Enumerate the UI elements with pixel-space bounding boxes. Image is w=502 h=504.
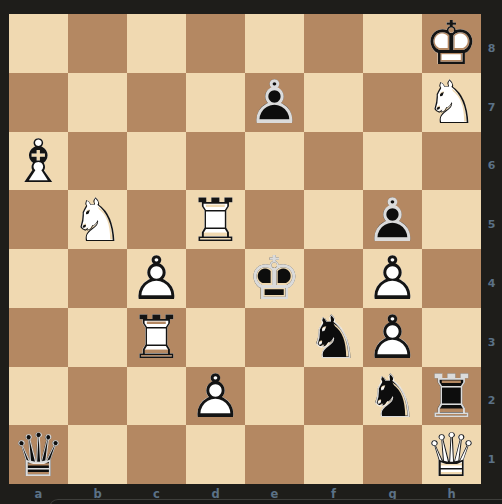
square-h7[interactable]: ♞♘ [422, 73, 481, 132]
white-bishop-outline-glyph: ♗ [9, 132, 68, 191]
square-g2[interactable]: ♞♘ [363, 367, 422, 426]
square-e7[interactable]: ♟♙ [245, 73, 304, 132]
square-g4[interactable]: ♟♙ [363, 249, 422, 308]
square-f2[interactable] [304, 367, 363, 426]
square-h1[interactable]: ♛♕ [422, 425, 481, 484]
white-queen-outline-glyph: ♕ [422, 425, 481, 484]
square-d4[interactable] [186, 249, 245, 308]
square-c2[interactable] [127, 367, 186, 426]
white-pawn-outline-glyph: ♙ [363, 308, 422, 367]
square-e2[interactable] [245, 367, 304, 426]
black-knight-fill-glyph: ♞ [304, 308, 363, 367]
piece-black-pawn-e7[interactable]: ♟♙ [245, 73, 304, 132]
square-d8[interactable] [186, 14, 245, 73]
white-pawn-outline-glyph: ♙ [363, 249, 422, 308]
square-c8[interactable] [127, 14, 186, 73]
square-f6[interactable] [304, 132, 363, 191]
square-e8[interactable] [245, 14, 304, 73]
square-e1[interactable] [245, 425, 304, 484]
white-rook-outline-glyph: ♖ [186, 190, 245, 249]
rank-label-5: 5 [481, 190, 502, 249]
white-king-outline-glyph: ♔ [422, 14, 481, 73]
white-knight-outline-glyph: ♘ [422, 73, 481, 132]
square-e5[interactable] [245, 190, 304, 249]
white-knight-outline-glyph: ♘ [68, 190, 127, 249]
piece-white-bishop-a6[interactable]: ♝♗ [9, 132, 68, 191]
black-pawn-fill-glyph: ♟ [363, 190, 422, 249]
piece-white-king-h8[interactable]: ♚♔ [422, 14, 481, 73]
piece-black-knight-g2[interactable]: ♞♘ [363, 367, 422, 426]
square-g7[interactable] [363, 73, 422, 132]
white-pawn-fill-glyph: ♟ [363, 308, 422, 367]
square-b7[interactable] [68, 73, 127, 132]
black-knight-fill-glyph: ♞ [363, 367, 422, 426]
black-pawn-fill-glyph: ♟ [245, 73, 304, 132]
black-pawn-outline-glyph: ♙ [363, 190, 422, 249]
square-c5[interactable] [127, 190, 186, 249]
rank-label-3: 3 [481, 308, 502, 367]
square-f5[interactable] [304, 190, 363, 249]
rank-label-2: 2 [481, 367, 502, 426]
square-d3[interactable] [186, 308, 245, 367]
square-c7[interactable] [127, 73, 186, 132]
black-rook-fill-glyph: ♜ [422, 367, 481, 426]
square-c4[interactable]: ♟♙ [127, 249, 186, 308]
piece-black-queen-a1[interactable]: ♛♕ [9, 425, 68, 484]
piece-white-pawn-c4[interactable]: ♟♙ [127, 249, 186, 308]
white-pawn-fill-glyph: ♟ [186, 367, 245, 426]
square-h6[interactable] [422, 132, 481, 191]
rank-label-8: 8 [481, 14, 502, 73]
piece-white-rook-c3[interactable]: ♜♖ [127, 308, 186, 367]
white-pawn-outline-glyph: ♙ [186, 367, 245, 426]
square-d2[interactable]: ♟♙ [186, 367, 245, 426]
black-knight-outline-glyph: ♘ [304, 308, 363, 367]
square-a4[interactable] [9, 249, 68, 308]
rank-labels: 87654321 [481, 14, 502, 484]
square-b5[interactable]: ♞♘ [68, 190, 127, 249]
piece-white-pawn-d2[interactable]: ♟♙ [186, 367, 245, 426]
square-f1[interactable] [304, 425, 363, 484]
white-pawn-fill-glyph: ♟ [363, 249, 422, 308]
white-knight-fill-glyph: ♞ [422, 73, 481, 132]
square-f4[interactable] [304, 249, 363, 308]
square-e4[interactable]: ♚♔ [245, 249, 304, 308]
square-b2[interactable] [68, 367, 127, 426]
square-b1[interactable] [68, 425, 127, 484]
square-h4[interactable] [422, 249, 481, 308]
white-pawn-fill-glyph: ♟ [127, 249, 186, 308]
piece-white-pawn-g4[interactable]: ♟♙ [363, 249, 422, 308]
square-a8[interactable] [9, 14, 68, 73]
piece-white-pawn-g3[interactable]: ♟♙ [363, 308, 422, 367]
square-d6[interactable] [186, 132, 245, 191]
square-f8[interactable] [304, 14, 363, 73]
square-h5[interactable] [422, 190, 481, 249]
black-king-outline-glyph: ♔ [245, 249, 304, 308]
piece-black-pawn-g5[interactable]: ♟♙ [363, 190, 422, 249]
black-queen-outline-glyph: ♕ [9, 425, 68, 484]
square-h8[interactable]: ♚♔ [422, 14, 481, 73]
black-knight-outline-glyph: ♘ [363, 367, 422, 426]
white-pawn-outline-glyph: ♙ [127, 249, 186, 308]
square-h2[interactable]: ♜♖ [422, 367, 481, 426]
white-bishop-fill-glyph: ♝ [9, 132, 68, 191]
piece-white-knight-b5[interactable]: ♞♘ [68, 190, 127, 249]
piece-white-rook-d5[interactable]: ♜♖ [186, 190, 245, 249]
square-a5[interactable] [9, 190, 68, 249]
white-rook-fill-glyph: ♜ [127, 308, 186, 367]
square-g6[interactable] [363, 132, 422, 191]
rank-label-1: 1 [481, 425, 502, 484]
white-rook-outline-glyph: ♖ [127, 308, 186, 367]
square-b4[interactable] [68, 249, 127, 308]
square-a7[interactable] [9, 73, 68, 132]
piece-white-knight-h7[interactable]: ♞♘ [422, 73, 481, 132]
square-a3[interactable] [9, 308, 68, 367]
piece-black-rook-h2[interactable]: ♜♖ [422, 367, 481, 426]
piece-black-king-e4[interactable]: ♚♔ [245, 249, 304, 308]
square-d5[interactable]: ♜♖ [186, 190, 245, 249]
square-b3[interactable] [68, 308, 127, 367]
square-g1[interactable] [363, 425, 422, 484]
rank-label-7: 7 [481, 73, 502, 132]
white-rook-fill-glyph: ♜ [186, 190, 245, 249]
black-rook-outline-glyph: ♖ [422, 367, 481, 426]
square-e3[interactable] [245, 308, 304, 367]
black-queen-fill-glyph: ♛ [9, 425, 68, 484]
square-e6[interactable] [245, 132, 304, 191]
square-h3[interactable] [422, 308, 481, 367]
chess-board: ♚♔♟♙♞♘♝♗♞♘♜♖♟♙♟♙♚♔♟♙♜♖♞♘♟♙♟♙♞♘♜♖♛♕♛♕ [9, 14, 481, 484]
square-c3[interactable]: ♜♖ [127, 308, 186, 367]
square-b8[interactable] [68, 14, 127, 73]
square-d1[interactable] [186, 425, 245, 484]
square-d7[interactable] [186, 73, 245, 132]
square-a2[interactable] [9, 367, 68, 426]
rank-label-4: 4 [481, 249, 502, 308]
rank-label-6: 6 [481, 132, 502, 191]
white-king-fill-glyph: ♚ [422, 14, 481, 73]
black-pawn-outline-glyph: ♙ [245, 73, 304, 132]
square-b6[interactable] [68, 132, 127, 191]
black-king-fill-glyph: ♚ [245, 249, 304, 308]
square-g3[interactable]: ♟♙ [363, 308, 422, 367]
square-f3[interactable]: ♞♘ [304, 308, 363, 367]
square-a6[interactable]: ♝♗ [9, 132, 68, 191]
square-g8[interactable] [363, 14, 422, 73]
square-c6[interactable] [127, 132, 186, 191]
square-f7[interactable] [304, 73, 363, 132]
square-a1[interactable]: ♛♕ [9, 425, 68, 484]
chess-diagram: ♚♔♟♙♞♘♝♗♞♘♜♖♟♙♟♙♚♔♟♙♜♖♞♘♟♙♟♙♞♘♜♖♛♕♛♕ 876… [0, 0, 502, 504]
square-g5[interactable]: ♟♙ [363, 190, 422, 249]
white-queen-fill-glyph: ♛ [422, 425, 481, 484]
piece-white-queen-h1[interactable]: ♛♕ [422, 425, 481, 484]
square-c1[interactable] [127, 425, 186, 484]
white-knight-fill-glyph: ♞ [68, 190, 127, 249]
piece-black-knight-f3[interactable]: ♞♘ [304, 308, 363, 367]
bottom-panel-edge [49, 499, 502, 504]
